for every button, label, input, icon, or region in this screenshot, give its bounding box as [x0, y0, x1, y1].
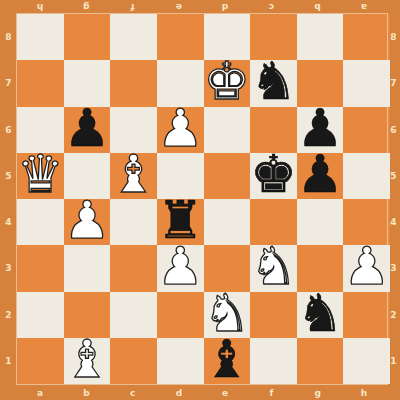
- square-h2[interactable]: [343, 292, 390, 338]
- square-c4[interactable]: [110, 199, 157, 245]
- square-b1[interactable]: ♝: [64, 338, 111, 384]
- piece-white-pawn[interactable]: ♟: [157, 105, 204, 151]
- square-g5[interactable]: ♟: [297, 153, 344, 199]
- file-label-bottom-f: f: [248, 385, 294, 400]
- square-h8[interactable]: [343, 14, 390, 60]
- square-b4[interactable]: ♟: [64, 199, 111, 245]
- square-e6[interactable]: [204, 107, 251, 153]
- square-e4[interactable]: [204, 199, 251, 245]
- rank-label-left-1: 1: [0, 338, 17, 384]
- piece-black-knight[interactable]: ♞: [250, 58, 297, 104]
- square-e1[interactable]: ♝: [204, 338, 251, 384]
- piece-white-knight[interactable]: ♞: [250, 243, 297, 289]
- file-label-top-d: d: [202, 0, 248, 14]
- square-b3[interactable]: [64, 245, 111, 291]
- file-label-top-h: h: [17, 0, 63, 14]
- square-e7[interactable]: ♚: [204, 60, 251, 106]
- square-f7[interactable]: ♞: [250, 60, 297, 106]
- rank-label-left-2: 2: [0, 292, 17, 338]
- piece-white-queen[interactable]: ♛: [17, 151, 64, 197]
- square-h6[interactable]: [343, 107, 390, 153]
- square-a7[interactable]: [17, 60, 64, 106]
- file-label-bottom-g: g: [295, 385, 341, 400]
- chess-board[interactable]: ♚♞♟♟♟♛♝♚♟♟♜♟♞♟♞♞♝♝: [17, 14, 387, 384]
- piece-white-pawn[interactable]: ♟: [343, 243, 390, 289]
- square-e5[interactable]: [204, 153, 251, 199]
- square-h5[interactable]: [343, 153, 390, 199]
- rank-label-left-5: 5: [0, 153, 17, 199]
- file-label-top-f: f: [110, 0, 156, 14]
- piece-white-king[interactable]: ♚: [204, 58, 251, 104]
- square-d6[interactable]: ♟: [157, 107, 204, 153]
- piece-black-bishop[interactable]: ♝: [204, 336, 251, 382]
- square-c1[interactable]: [110, 338, 157, 384]
- piece-white-pawn[interactable]: ♟: [157, 243, 204, 289]
- file-label-bottom-a: a: [17, 385, 63, 400]
- square-h3[interactable]: ♟: [343, 245, 390, 291]
- square-d3[interactable]: ♟: [157, 245, 204, 291]
- square-d2[interactable]: [157, 292, 204, 338]
- square-g2[interactable]: ♞: [297, 292, 344, 338]
- square-c2[interactable]: [110, 292, 157, 338]
- piece-black-king[interactable]: ♚: [250, 151, 297, 197]
- file-label-bottom-d: d: [156, 385, 202, 400]
- square-f1[interactable]: [250, 338, 297, 384]
- square-h1[interactable]: [343, 338, 390, 384]
- square-f2[interactable]: [250, 292, 297, 338]
- file-label-top-b: b: [295, 0, 341, 14]
- rank-label-left-7: 7: [0, 60, 17, 106]
- rank-label-left-3: 3: [0, 245, 17, 291]
- square-c3[interactable]: [110, 245, 157, 291]
- rank-label-left-6: 6: [0, 107, 17, 153]
- piece-black-pawn[interactable]: ♟: [297, 151, 344, 197]
- square-c8[interactable]: [110, 14, 157, 60]
- file-labels-top: abcdefgh: [17, 0, 387, 14]
- file-label-top-c: c: [248, 0, 294, 14]
- square-d8[interactable]: [157, 14, 204, 60]
- rank-label-left-8: 8: [0, 14, 17, 60]
- file-label-top-e: e: [156, 0, 202, 14]
- square-c5[interactable]: ♝: [110, 153, 157, 199]
- square-h7[interactable]: [343, 60, 390, 106]
- square-a8[interactable]: [17, 14, 64, 60]
- piece-white-bishop[interactable]: ♝: [64, 336, 111, 382]
- chess-app: { "game": "chess", "position": "8/4Kn2/1…: [0, 0, 400, 400]
- square-b8[interactable]: [64, 14, 111, 60]
- piece-black-knight[interactable]: ♞: [297, 290, 344, 336]
- square-a3[interactable]: [17, 245, 64, 291]
- square-a5[interactable]: ♛: [17, 153, 64, 199]
- square-a4[interactable]: [17, 199, 64, 245]
- rank-label-left-4: 4: [0, 199, 17, 245]
- square-g1[interactable]: [297, 338, 344, 384]
- square-f5[interactable]: ♚: [250, 153, 297, 199]
- square-f3[interactable]: ♞: [250, 245, 297, 291]
- square-g8[interactable]: [297, 14, 344, 60]
- square-c7[interactable]: [110, 60, 157, 106]
- square-a2[interactable]: [17, 292, 64, 338]
- piece-white-pawn[interactable]: ♟: [64, 197, 111, 243]
- square-a1[interactable]: [17, 338, 64, 384]
- file-label-top-a: a: [341, 0, 387, 14]
- file-label-top-g: g: [63, 0, 109, 14]
- rank-labels-left: 87654321: [0, 14, 17, 384]
- file-label-bottom-c: c: [110, 385, 156, 400]
- square-g4[interactable]: [297, 199, 344, 245]
- square-d1[interactable]: [157, 338, 204, 384]
- piece-white-bishop[interactable]: ♝: [110, 151, 157, 197]
- piece-black-pawn[interactable]: ♟: [64, 105, 111, 151]
- file-label-bottom-h: h: [341, 385, 387, 400]
- square-b6[interactable]: ♟: [64, 107, 111, 153]
